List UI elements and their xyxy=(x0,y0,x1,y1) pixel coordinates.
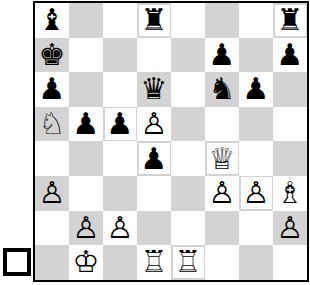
piece-bB-a8: ♝ xyxy=(39,3,66,37)
square-f3[interactable]: ♙ xyxy=(205,176,239,211)
square-d1[interactable]: ♖ xyxy=(137,245,171,280)
white-to-move-indicator xyxy=(3,248,31,276)
piece-bP-g6: ♟ xyxy=(243,72,270,106)
piece-wR-d1: ♖ xyxy=(141,245,168,279)
piece-wP-c2: ♙ xyxy=(107,211,134,245)
square-f7[interactable]: ♟ xyxy=(205,38,239,73)
piece-wP-b2: ♙ xyxy=(73,211,100,245)
square-g1[interactable] xyxy=(239,245,273,280)
square-f6[interactable]: ♞ xyxy=(205,72,239,107)
piece-bP-c5: ♟ xyxy=(107,107,134,141)
square-g2[interactable] xyxy=(239,211,273,246)
piece-bK-a7: ♚ xyxy=(39,38,66,72)
square-b3[interactable] xyxy=(69,176,103,211)
square-g3[interactable]: ♙ xyxy=(239,176,273,211)
square-a1[interactable] xyxy=(35,245,69,280)
square-f8[interactable] xyxy=(205,3,239,38)
square-c4[interactable] xyxy=(103,141,137,176)
square-g6[interactable]: ♟ xyxy=(239,72,273,107)
piece-bR-d8: ♜ xyxy=(141,3,168,37)
square-h3[interactable]: ♗ xyxy=(273,176,307,211)
piece-bP-d4: ♟ xyxy=(141,142,168,176)
square-c3[interactable] xyxy=(103,176,137,211)
piece-wK-b1: ♔ xyxy=(73,245,100,279)
piece-wP-d5: ♙ xyxy=(141,107,168,141)
piece-bN-f6: ♞ xyxy=(209,72,236,106)
piece-wP-h2: ♙ xyxy=(277,211,304,245)
piece-wQ-f4: ♕ xyxy=(209,142,236,176)
square-b8[interactable] xyxy=(69,3,103,38)
square-c2[interactable]: ♙ xyxy=(103,211,137,246)
square-g4[interactable] xyxy=(239,141,273,176)
piece-wP-f3: ♙ xyxy=(209,176,236,210)
piece-bP-a6: ♟ xyxy=(39,72,66,106)
square-h6[interactable] xyxy=(273,72,307,107)
square-d5[interactable]: ♙ xyxy=(137,107,171,142)
square-a7[interactable]: ♚ xyxy=(35,38,69,73)
square-f1[interactable] xyxy=(205,245,239,280)
square-g8[interactable] xyxy=(239,3,273,38)
square-c1[interactable] xyxy=(103,245,137,280)
square-h2[interactable]: ♙ xyxy=(273,211,307,246)
square-e6[interactable] xyxy=(171,72,205,107)
square-c8[interactable] xyxy=(103,3,137,38)
square-d6[interactable]: ♛ xyxy=(137,72,171,107)
square-g7[interactable] xyxy=(239,38,273,73)
square-a3[interactable]: ♙ xyxy=(35,176,69,211)
square-d2[interactable] xyxy=(137,211,171,246)
square-h5[interactable] xyxy=(273,107,307,142)
square-c7[interactable] xyxy=(103,38,137,73)
square-b7[interactable] xyxy=(69,38,103,73)
square-f5[interactable] xyxy=(205,107,239,142)
square-f2[interactable] xyxy=(205,211,239,246)
square-b4[interactable] xyxy=(69,141,103,176)
piece-bP-f7: ♟ xyxy=(209,38,236,72)
square-a2[interactable] xyxy=(35,211,69,246)
square-d3[interactable] xyxy=(137,176,171,211)
square-h1[interactable] xyxy=(273,245,307,280)
square-a8[interactable]: ♝ xyxy=(35,3,69,38)
square-b5[interactable]: ♟ xyxy=(69,107,103,142)
piece-wR-e1: ♖ xyxy=(175,245,202,279)
square-a6[interactable]: ♟ xyxy=(35,72,69,107)
square-d4[interactable]: ♟ xyxy=(137,141,171,176)
square-c6[interactable] xyxy=(103,72,137,107)
piece-bR-h8: ♜ xyxy=(277,3,304,37)
square-a4[interactable] xyxy=(35,141,69,176)
square-f4[interactable]: ♕ xyxy=(205,141,239,176)
square-c5[interactable]: ♟ xyxy=(103,107,137,142)
square-e2[interactable] xyxy=(171,211,205,246)
square-e8[interactable] xyxy=(171,3,205,38)
square-e1[interactable]: ♖ xyxy=(171,245,205,280)
chess-board: ♝♜♜♚♟♟♟♛♞♟♘♟♟♙♟♕♙♙♙♗♙♙♙♔♖♖ xyxy=(33,1,309,282)
square-a5[interactable]: ♘ xyxy=(35,107,69,142)
square-h7[interactable]: ♟ xyxy=(273,38,307,73)
square-g5[interactable] xyxy=(239,107,273,142)
square-b1[interactable]: ♔ xyxy=(69,245,103,280)
square-e7[interactable] xyxy=(171,38,205,73)
square-e3[interactable] xyxy=(171,176,205,211)
piece-wN-a5: ♘ xyxy=(39,107,66,141)
square-e4[interactable] xyxy=(171,141,205,176)
piece-wP-g3: ♙ xyxy=(243,176,270,210)
square-e5[interactable] xyxy=(171,107,205,142)
piece-bP-b5: ♟ xyxy=(73,107,100,141)
piece-bQ-d6: ♛ xyxy=(141,72,168,106)
square-b6[interactable] xyxy=(69,72,103,107)
square-d7[interactable] xyxy=(137,38,171,73)
square-h8[interactable]: ♜ xyxy=(273,3,307,38)
square-h4[interactable] xyxy=(273,141,307,176)
piece-wP-a3: ♙ xyxy=(39,176,66,210)
square-b2[interactable]: ♙ xyxy=(69,211,103,246)
square-d8[interactable]: ♜ xyxy=(137,3,171,38)
piece-bP-h7: ♟ xyxy=(277,38,304,72)
piece-wB-h3: ♗ xyxy=(277,176,304,210)
